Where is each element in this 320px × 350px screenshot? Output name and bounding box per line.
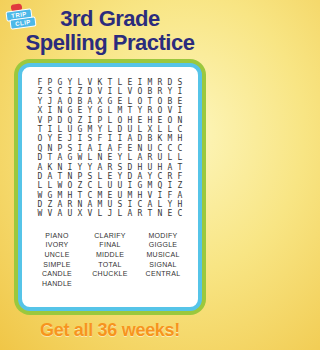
grid-cell: C [155,144,165,153]
grid-cell: H [135,191,145,200]
grid-cell: O [65,97,75,106]
grid-cell: V [35,116,45,125]
grid-cell: T [35,125,45,134]
grid-cell: N [55,106,65,115]
word-list-item: SIGNAL [137,260,190,270]
grid-cell: N [155,209,165,218]
grid-cell: F [35,78,45,87]
grid-cell: R [105,163,115,172]
grid-cell: A [125,134,135,143]
grid-cell: N [135,144,145,153]
grid-cell: O [115,116,125,125]
grid-cell: D [165,78,175,87]
grid-cell: R [145,153,155,162]
grid-cell: I [45,125,55,134]
cta-text: Get all 36 weeks! [0,320,220,341]
grid-cell: Y [45,134,55,143]
grid-cell: N [95,153,105,162]
grid-cell: E [125,78,135,87]
grid-cell: K [95,78,105,87]
grid-cell: H [125,116,135,125]
grid-cell: S [115,200,125,209]
grid-cell: C [85,191,95,200]
word-list-item: IVORY [31,240,84,250]
grid-cell: L [115,209,125,218]
logo-ribbon-clip: CLIP [9,16,36,30]
grid-cell: V [95,87,105,96]
grid-cell: C [175,144,185,153]
grid-cell: M [115,106,125,115]
grid-cell: H [155,163,165,172]
grid-cell: Z [75,116,85,125]
grid-cell: A [165,163,175,172]
grid-cell: X [75,209,85,218]
grid-cell: M [95,200,105,209]
grid-cell: V [125,87,135,96]
grid-cell: B [145,134,155,143]
grid-cell: I [105,87,115,96]
title-line-2: Spelling Practice [0,31,220,55]
grid-cell: V [45,209,55,218]
grid-cell: C [165,144,175,153]
grid-cell: P [95,116,105,125]
grid-cell: L [95,209,105,218]
grid-cell: U [115,181,125,190]
grid-cell: D [35,172,45,181]
grid-cell: L [45,181,55,190]
grid-cell: I [175,106,185,115]
grid-cell: D [55,116,65,125]
grid-cell: A [55,153,65,162]
grid-cell: L [135,125,145,134]
word-list-item: CENTRAL [137,269,190,279]
grid-cell: A [135,153,145,162]
grid-cell: I [85,116,95,125]
grid-cell: I [75,144,85,153]
grid-cell: W [35,209,45,218]
grid-cell: O [135,87,145,96]
grid-cell: A [105,144,115,153]
word-list-item: FINAL [84,240,137,250]
grid-cell: S [85,134,95,143]
grid-cell: Z [35,87,45,96]
grid-cell: X [35,106,45,115]
grid-cell: V [145,191,155,200]
grid-cell: N [45,144,55,153]
grid-cell: R [145,106,155,115]
grid-cell: T [125,106,135,115]
word-list-column: MODIFYGIGGLEMUSICALSIGNALCENTRAL [137,231,190,289]
grid-cell: H [145,116,155,125]
grid-cell: N [75,200,85,209]
grid-cell: U [115,191,125,200]
grid-cell: F [175,172,185,181]
grid-cell: P [45,78,55,87]
grid-cell: E [155,116,165,125]
grid-cell: L [75,78,85,87]
grid-cell: Z [45,200,55,209]
grid-cell: I [115,134,125,143]
word-list-item: UNCLE [31,250,84,260]
grid-cell: E [125,144,135,153]
grid-cell: Y [115,172,125,181]
grid-cell: Z [75,87,85,96]
grid-cell: O [135,97,145,106]
grid-cell: I [175,87,185,96]
grid-cell: G [95,106,105,115]
grid-cell: Y [165,87,175,96]
grid-cell: U [105,181,115,190]
grid-cell: R [155,78,165,87]
grid-cell: L [105,125,115,134]
grid-cell: W [35,191,45,200]
grid-cell: L [175,153,185,162]
grid-cell: D [115,125,125,134]
grid-cell: A [45,172,55,181]
word-list-item: GIGGLE [137,240,190,250]
grid-cell: E [75,106,85,115]
grid-cell: E [165,209,175,218]
grid-cell: E [115,97,125,106]
grid-cell: L [155,200,165,209]
grid-cell: L [35,181,45,190]
grid-cell: H [135,163,145,172]
grid-cell: I [155,191,165,200]
grid-cell: G [65,153,75,162]
grid-cell: A [35,163,45,172]
grid-cell: I [125,200,135,209]
grid-cell: U [105,200,115,209]
grid-cell: M [55,191,65,200]
grid-cell: M [85,125,95,134]
letter-grid: FPGYLVKTLEIMRDSZSCIZDVILVOBRYIYJAOBAXGEL… [22,78,198,219]
grid-cell: D [35,200,45,209]
grid-cell: L [155,125,165,134]
grid-cell: T [55,172,65,181]
grid-cell: T [145,209,155,218]
grid-cell: Y [145,172,155,181]
grid-cell: K [45,163,55,172]
grid-cell: V [85,78,95,87]
grid-cell: M [145,181,155,190]
grid-cell: G [45,191,55,200]
grid-cell: I [105,134,115,143]
grid-cell: O [35,134,45,143]
grid-cell: U [65,209,75,218]
grid-cell: C [85,181,95,190]
grid-cell: A [175,191,185,200]
grid-cell: Z [175,181,185,190]
grid-cell: K [155,134,165,143]
grid-cell: B [145,87,155,96]
grid-cell: Y [65,78,75,87]
grid-cell: E [135,116,145,125]
grid-cell: W [75,153,85,162]
grid-cell: L [55,125,65,134]
grid-cell: L [85,153,95,162]
grid-cell: A [55,97,65,106]
grid-cell: T [145,97,155,106]
word-list-item: MUSICAL [137,250,190,260]
grid-cell: A [85,200,95,209]
word-list-item: CHUCKLE [84,269,137,279]
grid-cell: G [65,106,75,115]
grid-cell: I [135,78,145,87]
grid-cell: R [165,172,175,181]
grid-cell: E [175,97,185,106]
grid-cell: L [95,172,105,181]
word-list-item: PIANO [31,231,84,241]
grid-cell: P [55,144,65,153]
grid-cell: D [125,163,135,172]
grid-cell: I [75,134,85,143]
grid-cell: L [125,153,135,162]
grid-cell: H [175,134,185,143]
grid-cell: A [125,209,135,218]
grid-cell: A [95,163,105,172]
grid-cell: I [65,163,75,172]
grid-cell: S [85,172,95,181]
grid-cell: L [105,116,115,125]
grid-cell: Q [65,116,75,125]
grid-cell: O [165,116,175,125]
grid-cell: A [55,209,65,218]
grid-cell: I [95,144,105,153]
grid-cell: T [75,191,85,200]
grid-cell: S [65,144,75,153]
grid-cell: H [175,200,185,209]
grid-cell: S [175,78,185,87]
word-list-item: TOTAL [84,260,137,270]
grid-cell: O [155,97,165,106]
grid-cell: Y [35,97,45,106]
grid-cell: F [115,144,125,153]
grid-cell: Y [85,106,95,115]
grid-cell: C [135,200,145,209]
grid-cell: C [55,87,65,96]
grid-cell: B [165,97,175,106]
grid-cell: U [145,144,155,153]
grid-cell: U [145,163,155,172]
grid-cell: L [125,97,135,106]
grid-cell: Y [95,125,105,134]
grid-cell: T [175,163,185,172]
grid-cell: M [95,191,105,200]
word-list-item: HANDLE [31,279,84,289]
grid-cell: Y [75,163,85,172]
grid-cell: U [125,125,135,134]
grid-cell: G [105,97,115,106]
grid-cell: F [165,191,175,200]
grid-cell: L [165,153,175,162]
grid-cell: Q [155,181,165,190]
word-list-item: MIDDLE [84,250,137,260]
grid-cell: E [55,134,65,143]
grid-cell: R [65,200,75,209]
grid-cell: Y [135,106,145,115]
grid-cell: G [55,78,65,87]
grid-cell: I [45,106,55,115]
grid-cell: U [65,125,75,134]
grid-cell: E [105,191,115,200]
grid-cell: T [45,153,55,162]
grid-cell: D [35,153,45,162]
grid-cell: A [55,200,65,209]
grid-cell: O [65,181,75,190]
word-list: PIANOIVORYUNCLESIMPLECANDLEHANDLECLARIFY… [22,231,198,289]
grid-cell: N [55,163,65,172]
grid-cell: I [65,87,75,96]
grid-cell: H [65,191,75,200]
grid-cell: Z [75,181,85,190]
grid-cell: V [165,106,175,115]
grid-cell: S [115,163,125,172]
grid-cell: W [55,181,65,190]
grid-cell: J [105,209,115,218]
grid-cell: X [145,125,155,134]
grid-cell: D [135,134,145,143]
grid-cell: U [155,153,165,162]
grid-cell: E [105,153,115,162]
grid-cell: D [125,172,135,181]
word-list-item: CLARIFY [84,231,137,241]
grid-cell: A [85,97,95,106]
grid-cell: Y [165,200,175,209]
grid-cell: G [135,181,145,190]
grid-cell: J [45,97,55,106]
grid-cell: I [125,181,135,190]
grid-cell: F [95,134,105,143]
grid-cell: M [145,78,155,87]
grid-cell: P [45,116,55,125]
grid-cell: L [115,87,125,96]
grid-cell: G [75,125,85,134]
grid-cell: Y [115,153,125,162]
grid-cell: T [105,78,115,87]
grid-cell: N [175,116,185,125]
grid-cell: C [175,209,185,218]
grid-cell: C [175,125,185,134]
grid-cell: M [125,191,135,200]
grid-cell: V [85,209,95,218]
grid-cell: L [115,78,125,87]
grid-cell: N [65,172,75,181]
grid-cell: Y [85,163,95,172]
grid-cell: O [155,106,165,115]
word-list-column: CLARIFYFINALMIDDLETOTALCHUCKLE [84,231,137,289]
grid-cell: C [155,172,165,181]
grid-cell: P [75,172,85,181]
trip-clip-logo: TRIP CLIP [5,4,35,32]
grid-cell: J [65,134,75,143]
grid-cell: R [135,209,145,218]
word-list-item: MODIFY [137,231,190,241]
word-list-column: PIANOIVORYUNCLESIMPLECANDLEHANDLE [31,231,84,289]
grid-cell: R [155,87,165,96]
grid-cell: X [95,97,105,106]
grid-cell: A [85,144,95,153]
puzzle-panel-inner: FPGYLVKTLEIMRDSZSCIZDVILVOBRYIYJAOBAXGEL… [18,63,202,311]
word-list-item: CANDLE [31,269,84,279]
grid-cell: L [95,181,105,190]
grid-cell: I [165,181,175,190]
word-list-item: SIMPLE [31,260,84,270]
grid-cell: S [45,87,55,96]
grid-cell: M [165,134,175,143]
grid-cell: D [85,87,95,96]
grid-cell: L [165,125,175,134]
grid-cell: A [145,200,155,209]
grid-cell: B [75,97,85,106]
grid-cell: A [135,172,145,181]
puzzle-panel: FPGYLVKTLEIMRDSZSCIZDVILVOBRYIYJAOBAXGEL… [14,59,206,315]
grid-cell: E [105,172,115,181]
grid-cell: Q [35,144,45,153]
grid-cell: L [105,106,115,115]
